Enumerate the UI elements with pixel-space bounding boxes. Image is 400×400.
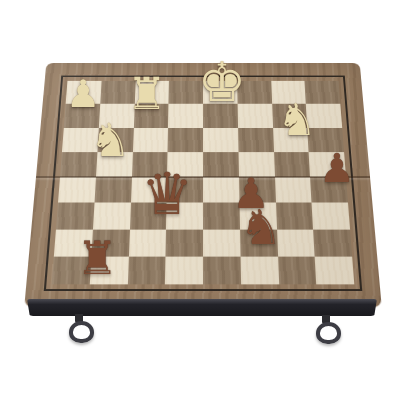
white-king[interactable]: ♚ — [198, 56, 246, 110]
product-photo-scene: ♟♜♚♞♞♟♛♟♞♜ — [0, 0, 400, 400]
white-rook[interactable]: ♜ — [127, 72, 166, 116]
brown-knight[interactable]: ♞ — [239, 203, 282, 251]
brown-queen[interactable]: ♛ — [141, 165, 193, 223]
white-knight[interactable]: ♞ — [277, 98, 316, 142]
piece-layer: ♟♜♚♞♞♟♛♟♞♜ — [0, 0, 400, 400]
white-pawn[interactable]: ♟ — [66, 75, 100, 113]
brown-rook[interactable]: ♜ — [76, 235, 117, 281]
white-knight[interactable]: ♞ — [89, 117, 130, 163]
brown-pawn[interactable]: ♟ — [319, 148, 355, 188]
